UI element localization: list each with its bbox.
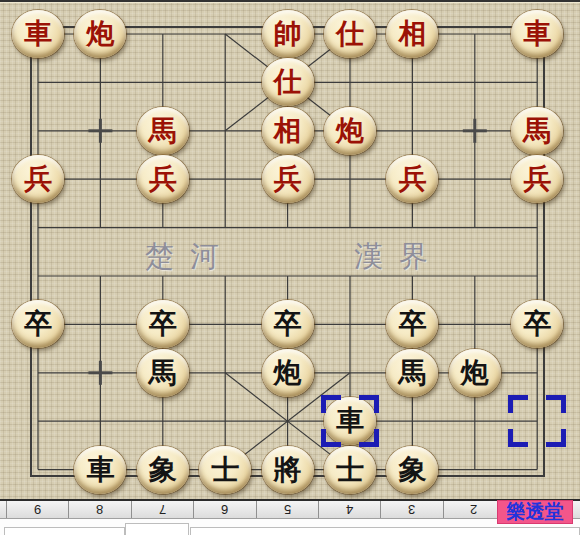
letou-tang-logo-badge: 樂透堂 [497,500,573,524]
piece-black-general[interactable]: 將 [262,446,314,494]
piece-red-chariot[interactable]: 車 [511,10,563,58]
piece-black-advisor[interactable]: 士 [199,446,251,494]
file-label-cell: 2 [443,501,505,518]
file-label-cell: 3 [380,501,442,518]
piece-black-horse[interactable]: 馬 [137,349,189,397]
panel-box [190,527,580,535]
coordinate-strip: 9 8 7 6 5 4 3 2 [0,501,580,519]
river-label-right: 漢界 [354,237,444,277]
file-label: 3 [408,502,415,517]
file-label: 8 [96,502,103,517]
piece-red-elephant[interactable]: 相 [262,107,314,155]
piece-black-horse[interactable]: 馬 [386,349,438,397]
piece-black-elephant[interactable]: 象 [137,446,189,494]
piece-black-elephant[interactable]: 象 [386,446,438,494]
piece-black-advisor[interactable]: 士 [324,446,376,494]
piece-red-horse[interactable]: 馬 [137,107,189,155]
file-label: 6 [221,502,228,517]
piece-black-chariot[interactable]: 車 [324,397,376,445]
file-label-cell: 9 [6,501,68,518]
file-label-cell: 5 [256,501,318,518]
file-label-cell: 8 [68,501,130,518]
piece-red-soldier[interactable]: 兵 [262,155,314,203]
panel-box [125,523,189,535]
xiangqi-app: 楚河 漢界 車炮帥仕相車仕馬相炮馬兵兵兵兵兵卒卒卒卒卒馬炮馬炮車車象士將士象 9… [0,0,580,535]
file-label: 7 [159,502,166,517]
file-label: 2 [470,502,477,517]
river-label-left: 楚河 [145,237,235,277]
piece-black-chariot[interactable]: 車 [74,446,126,494]
file-label-cell: 6 [193,501,255,518]
piece-red-advisor[interactable]: 仕 [324,10,376,58]
file-label: 5 [284,502,291,517]
piece-black-cannon[interactable]: 炮 [449,349,501,397]
piece-red-advisor[interactable]: 仕 [262,58,314,106]
piece-red-soldier[interactable]: 兵 [12,155,64,203]
piece-black-cannon[interactable]: 炮 [262,349,314,397]
piece-red-soldier[interactable]: 兵 [137,155,189,203]
file-label-cell: 4 [318,501,380,518]
file-label: 4 [346,502,353,517]
piece-black-soldier[interactable]: 卒 [262,300,314,348]
top-border [0,0,580,2]
piece-red-general[interactable]: 帥 [262,10,314,58]
file-label-cell: 7 [131,501,193,518]
piece-red-cannon[interactable]: 炮 [324,107,376,155]
file-label: 9 [34,502,41,517]
panel-box [4,527,125,535]
file-labels: 9 8 7 6 5 4 3 2 [6,501,505,518]
piece-black-soldier[interactable]: 卒 [137,300,189,348]
piece-red-horse[interactable]: 馬 [511,107,563,155]
piece-red-chariot[interactable]: 車 [12,10,64,58]
